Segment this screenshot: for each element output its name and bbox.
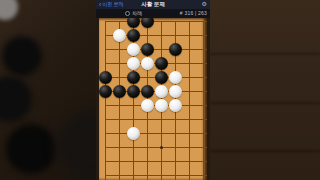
problem-counter: # 316 | 263 [180,9,207,18]
stone-white [113,29,126,42]
stone-black [141,43,154,56]
stone-black [155,57,168,70]
nav-bar: ‹ 이전 문제 사활 문제 ⚙ [96,0,210,9]
stone-white [169,85,182,98]
stone-black [127,29,140,42]
turn-bar: 차례 # 316 | 263 [96,9,210,18]
stone-black [113,85,126,98]
stone-white [141,99,154,112]
stone-black [99,71,112,84]
blurred-stone [0,76,32,122]
stone-black [141,18,154,28]
stone-white [127,57,140,70]
stone-white [141,57,154,70]
blurred-board-line [210,150,320,152]
star-point [160,146,163,149]
phone-screen: ‹ 이전 문제 사활 문제 ⚙ 차례 # 316 | 263 [96,0,210,180]
stone-white [155,99,168,112]
stone-white [169,71,182,84]
stone-black [99,85,112,98]
stone-white [127,43,140,56]
back-label: 이전 문제 [102,0,123,9]
stone-black [169,43,182,56]
back-button[interactable]: ‹ 이전 문제 [99,0,124,9]
stone-black [127,85,140,98]
gear-icon: ⚙ [202,1,207,7]
back-chevron-icon: ‹ [99,0,101,9]
stone-black [127,18,140,28]
blurred-board-line [210,102,320,104]
blurred-board-line [210,53,320,55]
stone-black [127,71,140,84]
blurred-stone [58,110,96,180]
turn-indicator: 차례 [125,9,142,18]
stone-white [155,85,168,98]
blurred-background-right [210,0,320,180]
blurred-background-left [0,0,96,180]
video-frame: ‹ 이전 문제 사활 문제 ⚙ 차례 # 316 | 263 [0,0,320,180]
settings-button[interactable]: ⚙ [202,0,207,9]
black-stone-icon [125,11,130,16]
stone-white [127,127,140,140]
go-board[interactable] [99,18,207,180]
blurred-stone [2,36,42,76]
blurred-stone [0,0,18,20]
stone-black [141,85,154,98]
turn-label: 차례 [132,9,142,18]
blurred-stone [6,124,56,174]
stone-black [155,71,168,84]
stone-white [169,99,182,112]
